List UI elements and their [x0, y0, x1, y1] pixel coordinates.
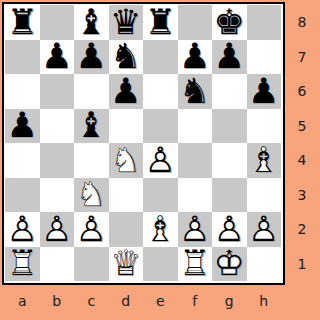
square-g5[interactable]: [212, 109, 247, 144]
white-pawn-f2-fill: ♟: [178, 212, 213, 247]
rank-label-5: 5: [291, 109, 313, 144]
square-h5[interactable]: [247, 109, 282, 144]
square-c4[interactable]: [74, 143, 109, 178]
square-c6[interactable]: [74, 74, 109, 109]
square-a8[interactable]: ♜: [5, 5, 40, 40]
black-king-g8: ♚: [212, 5, 247, 40]
square-b6[interactable]: [40, 74, 75, 109]
white-bishop-e2-fill: ♝: [143, 212, 178, 247]
square-f7[interactable]: ♟: [178, 40, 213, 75]
white-pawn-h2-fill: ♟: [247, 212, 282, 247]
square-b2[interactable]: ♟♙: [40, 212, 75, 247]
rank-label-8: 8: [291, 5, 313, 40]
square-e4[interactable]: ♟♙: [143, 143, 178, 178]
white-pawn-f2: ♙: [178, 212, 213, 247]
rank-label-7: 7: [291, 40, 313, 75]
square-d1[interactable]: ♛♕: [109, 247, 144, 282]
square-g2[interactable]: ♟♙: [212, 212, 247, 247]
black-pawn-g7: ♟: [212, 40, 247, 75]
rank-label-2: 2: [291, 212, 313, 247]
file-label-d: d: [109, 291, 144, 311]
white-rook-a1-fill: ♜: [5, 247, 40, 282]
square-h3[interactable]: [247, 178, 282, 213]
white-rook-a1: ♖: [5, 247, 40, 282]
square-d8[interactable]: ♛: [109, 5, 144, 40]
square-d6[interactable]: ♟: [109, 74, 144, 109]
square-b1[interactable]: [40, 247, 75, 282]
square-e6[interactable]: [143, 74, 178, 109]
black-queen-d8: ♛: [109, 5, 144, 40]
black-bishop-c8: ♝: [74, 5, 109, 40]
square-g4[interactable]: [212, 143, 247, 178]
rank-label-3: 3: [291, 178, 313, 213]
square-d5[interactable]: [109, 109, 144, 144]
chess-board-frame: ♜♝♛♜♚♟♟♞♟♟♟♞♟♟♝♞♘♟♙♝♗♞♘♟♙♟♙♟♙♝♗♟♙♟♙♟♙♜♖♛…: [2, 2, 285, 285]
square-a2[interactable]: ♟♙: [5, 212, 40, 247]
white-king-g1-fill: ♚: [212, 247, 247, 282]
square-e5[interactable]: [143, 109, 178, 144]
square-a5[interactable]: ♟: [5, 109, 40, 144]
square-d7[interactable]: ♞: [109, 40, 144, 75]
black-pawn-b7: ♟: [40, 40, 75, 75]
white-pawn-h2: ♙: [247, 212, 282, 247]
square-a4[interactable]: [5, 143, 40, 178]
square-f8[interactable]: [178, 5, 213, 40]
square-f6[interactable]: ♞: [178, 74, 213, 109]
black-rook-e8: ♜: [143, 5, 178, 40]
square-b8[interactable]: [40, 5, 75, 40]
white-knight-c3: ♘: [74, 178, 109, 213]
square-h4[interactable]: ♝♗: [247, 143, 282, 178]
square-h8[interactable]: [247, 5, 282, 40]
white-knight-d4-fill: ♞: [109, 143, 144, 178]
rank-labels: 87654321: [291, 5, 313, 281]
square-d3[interactable]: [109, 178, 144, 213]
white-pawn-c2-fill: ♟: [74, 212, 109, 247]
black-knight-d7: ♞: [109, 40, 144, 75]
black-bishop-c5: ♝: [74, 109, 109, 144]
square-f2[interactable]: ♟♙: [178, 212, 213, 247]
white-pawn-g2: ♙: [212, 212, 247, 247]
square-a1[interactable]: ♜♖: [5, 247, 40, 282]
square-d4[interactable]: ♞♘: [109, 143, 144, 178]
black-pawn-c7: ♟: [74, 40, 109, 75]
square-f4[interactable]: [178, 143, 213, 178]
black-pawn-f7: ♟: [178, 40, 213, 75]
square-g3[interactable]: [212, 178, 247, 213]
black-pawn-d6: ♟: [109, 74, 144, 109]
white-rook-f1: ♖: [178, 247, 213, 282]
white-king-g1: ♔: [212, 247, 247, 282]
square-g6[interactable]: [212, 74, 247, 109]
square-e8[interactable]: ♜: [143, 5, 178, 40]
white-pawn-g2-fill: ♟: [212, 212, 247, 247]
white-pawn-a2: ♙: [5, 212, 40, 247]
white-knight-d4: ♘: [109, 143, 144, 178]
square-g7[interactable]: ♟: [212, 40, 247, 75]
white-pawn-e4: ♙: [143, 143, 178, 178]
file-label-e: e: [143, 291, 178, 311]
white-queen-d1: ♕: [109, 247, 144, 282]
file-labels: abcdefgh: [5, 291, 281, 311]
rank-label-4: 4: [291, 143, 313, 178]
white-pawn-a2-fill: ♟: [5, 212, 40, 247]
square-f3[interactable]: [178, 178, 213, 213]
file-label-g: g: [212, 291, 247, 311]
rank-label-1: 1: [291, 247, 313, 282]
square-c7[interactable]: ♟: [74, 40, 109, 75]
black-pawn-h6: ♟: [247, 74, 282, 109]
white-pawn-b2-fill: ♟: [40, 212, 75, 247]
square-a6[interactable]: [5, 74, 40, 109]
square-c8[interactable]: ♝: [74, 5, 109, 40]
square-e1[interactable]: [143, 247, 178, 282]
square-h1[interactable]: [247, 247, 282, 282]
file-label-c: c: [74, 291, 109, 311]
square-b3[interactable]: [40, 178, 75, 213]
file-label-f: f: [178, 291, 213, 311]
file-label-h: h: [247, 291, 282, 311]
white-bishop-h4-fill: ♝: [247, 143, 282, 178]
white-bishop-h4: ♗: [247, 143, 282, 178]
square-b5[interactable]: [40, 109, 75, 144]
white-knight-c3-fill: ♞: [74, 178, 109, 213]
white-pawn-e4-fill: ♟: [143, 143, 178, 178]
file-label-a: a: [5, 291, 40, 311]
square-c5[interactable]: ♝: [74, 109, 109, 144]
square-e3[interactable]: [143, 178, 178, 213]
square-h7[interactable]: [247, 40, 282, 75]
square-c1[interactable]: [74, 247, 109, 282]
square-f5[interactable]: [178, 109, 213, 144]
square-b4[interactable]: [40, 143, 75, 178]
black-pawn-a5: ♟: [5, 109, 40, 144]
square-d2[interactable]: [109, 212, 144, 247]
square-h6[interactable]: ♟: [247, 74, 282, 109]
square-g8[interactable]: ♚: [212, 5, 247, 40]
square-c3[interactable]: ♞♘: [74, 178, 109, 213]
white-bishop-e2: ♗: [143, 212, 178, 247]
square-g1[interactable]: ♚♔: [212, 247, 247, 282]
square-f1[interactable]: ♜♖: [178, 247, 213, 282]
chess-diagram: ♜♝♛♜♚♟♟♞♟♟♟♞♟♟♝♞♘♟♙♝♗♞♘♟♙♟♙♟♙♝♗♟♙♟♙♟♙♜♖♛…: [0, 0, 320, 320]
white-pawn-c2: ♙: [74, 212, 109, 247]
square-h2[interactable]: ♟♙: [247, 212, 282, 247]
square-a7[interactable]: [5, 40, 40, 75]
chess-board: ♜♝♛♜♚♟♟♞♟♟♟♞♟♟♝♞♘♟♙♝♗♞♘♟♙♟♙♟♙♝♗♟♙♟♙♟♙♜♖♛…: [5, 5, 281, 281]
white-rook-f1-fill: ♜: [178, 247, 213, 282]
square-e2[interactable]: ♝♗: [143, 212, 178, 247]
square-a3[interactable]: [5, 178, 40, 213]
rank-label-6: 6: [291, 74, 313, 109]
white-queen-d1-fill: ♛: [109, 247, 144, 282]
black-rook-a8: ♜: [5, 5, 40, 40]
black-knight-f6: ♞: [178, 74, 213, 109]
square-e7[interactable]: [143, 40, 178, 75]
square-c2[interactable]: ♟♙: [74, 212, 109, 247]
file-label-b: b: [40, 291, 75, 311]
white-pawn-b2: ♙: [40, 212, 75, 247]
square-b7[interactable]: ♟: [40, 40, 75, 75]
